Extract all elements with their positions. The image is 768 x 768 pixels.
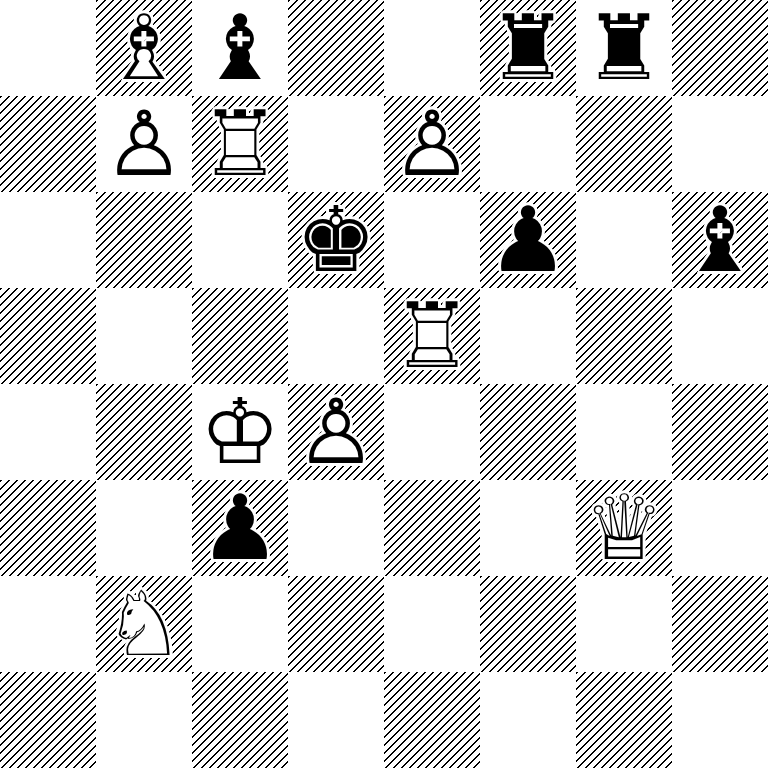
piece-white-knight[interactable]: ♞♘ <box>96 576 192 672</box>
square-h7[interactable] <box>672 96 768 192</box>
square-g8[interactable]: ♜ <box>576 0 672 96</box>
black-bishop-icon: ♝ <box>192 0 288 96</box>
square-e2[interactable] <box>384 576 480 672</box>
square-c3[interactable]: ♟ <box>192 480 288 576</box>
piece-black-pawn[interactable]: ♟ <box>192 480 288 576</box>
square-d6[interactable]: ♚ <box>288 192 384 288</box>
white-king-outline-icon: ♔ <box>192 384 288 480</box>
square-d3[interactable] <box>288 480 384 576</box>
black-rook-icon: ♜ <box>576 0 672 96</box>
square-g1[interactable] <box>576 672 672 768</box>
piece-white-king[interactable]: ♚♔ <box>192 384 288 480</box>
square-f3[interactable] <box>480 480 576 576</box>
white-pawn-outline-icon: ♙ <box>288 384 384 480</box>
square-h4[interactable] <box>672 384 768 480</box>
square-b5[interactable] <box>96 288 192 384</box>
square-f6[interactable]: ♟ <box>480 192 576 288</box>
square-g7[interactable] <box>576 96 672 192</box>
square-g4[interactable] <box>576 384 672 480</box>
square-f2[interactable] <box>480 576 576 672</box>
piece-black-bishop[interactable]: ♝ <box>192 0 288 96</box>
white-pawn-outline-icon: ♙ <box>384 96 480 192</box>
square-f8[interactable]: ♜ <box>480 0 576 96</box>
black-pawn-icon: ♟ <box>192 480 288 576</box>
square-a6[interactable] <box>0 192 96 288</box>
black-pawn-icon: ♟ <box>480 192 576 288</box>
piece-black-pawn[interactable]: ♟ <box>480 192 576 288</box>
square-e8[interactable] <box>384 0 480 96</box>
square-h8[interactable] <box>672 0 768 96</box>
square-d4[interactable]: ♟♙ <box>288 384 384 480</box>
square-f4[interactable] <box>480 384 576 480</box>
piece-black-rook[interactable]: ♜ <box>480 0 576 96</box>
black-rook-icon: ♜ <box>480 0 576 96</box>
piece-white-pawn[interactable]: ♟♙ <box>384 96 480 192</box>
square-a4[interactable] <box>0 384 96 480</box>
square-e7[interactable]: ♟♙ <box>384 96 480 192</box>
piece-white-queen[interactable]: ♛♕ <box>576 480 672 576</box>
square-g5[interactable] <box>576 288 672 384</box>
square-d5[interactable] <box>288 288 384 384</box>
square-a1[interactable] <box>0 672 96 768</box>
white-bishop-outline-icon: ♗ <box>96 0 192 96</box>
square-e5[interactable]: ♜♖ <box>384 288 480 384</box>
square-h1[interactable] <box>672 672 768 768</box>
square-b4[interactable] <box>96 384 192 480</box>
square-d8[interactable] <box>288 0 384 96</box>
chessboard: ♝♗♝♜♜♟♙♜♖♟♙♚♟♝♜♖♚♔♟♙♟♛♕♞♘ <box>0 0 768 768</box>
square-h5[interactable] <box>672 288 768 384</box>
square-c6[interactable] <box>192 192 288 288</box>
square-h3[interactable] <box>672 480 768 576</box>
piece-white-bishop[interactable]: ♝♗ <box>96 0 192 96</box>
square-c5[interactable] <box>192 288 288 384</box>
square-d7[interactable] <box>288 96 384 192</box>
white-knight-outline-icon: ♘ <box>96 576 192 672</box>
square-a2[interactable] <box>0 576 96 672</box>
square-b1[interactable] <box>96 672 192 768</box>
square-b3[interactable] <box>96 480 192 576</box>
square-d2[interactable] <box>288 576 384 672</box>
square-c4[interactable]: ♚♔ <box>192 384 288 480</box>
piece-black-rook[interactable]: ♜ <box>576 0 672 96</box>
square-b6[interactable] <box>96 192 192 288</box>
piece-white-rook[interactable]: ♜♖ <box>192 96 288 192</box>
square-f5[interactable] <box>480 288 576 384</box>
white-rook-outline-icon: ♖ <box>192 96 288 192</box>
square-c7[interactable]: ♜♖ <box>192 96 288 192</box>
square-b8[interactable]: ♝♗ <box>96 0 192 96</box>
square-g2[interactable] <box>576 576 672 672</box>
square-e4[interactable] <box>384 384 480 480</box>
square-c1[interactable] <box>192 672 288 768</box>
square-b7[interactable]: ♟♙ <box>96 96 192 192</box>
square-e6[interactable] <box>384 192 480 288</box>
square-e3[interactable] <box>384 480 480 576</box>
square-g6[interactable] <box>576 192 672 288</box>
square-a7[interactable] <box>0 96 96 192</box>
square-f7[interactable] <box>480 96 576 192</box>
square-a3[interactable] <box>0 480 96 576</box>
piece-black-bishop[interactable]: ♝ <box>672 192 768 288</box>
square-h2[interactable] <box>672 576 768 672</box>
white-pawn-outline-icon: ♙ <box>96 96 192 192</box>
white-rook-outline-icon: ♖ <box>384 288 480 384</box>
square-b2[interactable]: ♞♘ <box>96 576 192 672</box>
square-d1[interactable] <box>288 672 384 768</box>
piece-black-king[interactable]: ♚ <box>288 192 384 288</box>
square-c2[interactable] <box>192 576 288 672</box>
square-e1[interactable] <box>384 672 480 768</box>
white-queen-outline-icon: ♕ <box>576 480 672 576</box>
square-f1[interactable] <box>480 672 576 768</box>
piece-white-rook[interactable]: ♜♖ <box>384 288 480 384</box>
black-bishop-icon: ♝ <box>672 192 768 288</box>
square-h6[interactable]: ♝ <box>672 192 768 288</box>
piece-white-pawn[interactable]: ♟♙ <box>288 384 384 480</box>
square-a5[interactable] <box>0 288 96 384</box>
black-king-icon: ♚ <box>288 192 384 288</box>
piece-white-pawn[interactable]: ♟♙ <box>96 96 192 192</box>
square-g3[interactable]: ♛♕ <box>576 480 672 576</box>
square-a8[interactable] <box>0 0 96 96</box>
square-c8[interactable]: ♝ <box>192 0 288 96</box>
